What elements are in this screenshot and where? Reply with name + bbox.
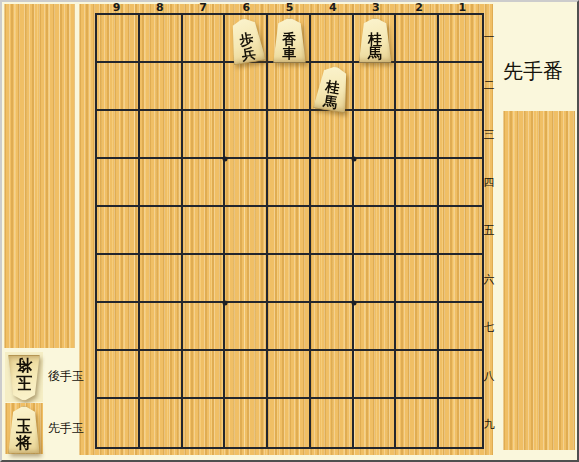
legend-sente-king-label: 先手玉 <box>48 420 84 437</box>
square-9-5[interactable] <box>97 207 140 255</box>
square-2-7[interactable] <box>396 303 439 351</box>
turn-indicator: 先手番 <box>503 58 577 85</box>
square-2-2[interactable] <box>396 63 439 111</box>
square-8-8[interactable] <box>140 351 183 399</box>
shogi-piece-玉将[interactable]: 玉将 <box>8 406 40 452</box>
star-point <box>223 157 228 162</box>
rank-label-3: 三 <box>483 110 495 158</box>
piece-kanji: 将 <box>16 435 32 451</box>
square-2-8[interactable] <box>396 351 439 399</box>
rank-label-1: 一 <box>483 13 495 61</box>
square-7-8[interactable] <box>183 351 226 399</box>
square-9-6[interactable] <box>97 255 140 303</box>
square-3-6[interactable] <box>354 255 397 303</box>
square-4-8[interactable] <box>311 351 354 399</box>
square-3-2[interactable] <box>354 63 397 111</box>
square-5-4[interactable] <box>268 159 311 207</box>
star-point <box>223 301 228 306</box>
square-4-1[interactable] <box>311 15 354 63</box>
piece-kanji: 将 <box>16 357 32 373</box>
square-9-1[interactable] <box>97 15 140 63</box>
square-1-5[interactable] <box>439 207 482 255</box>
shogi-piece-歩兵[interactable]: 歩兵 <box>230 18 263 61</box>
square-7-7[interactable] <box>183 303 226 351</box>
square-2-5[interactable] <box>396 207 439 255</box>
square-8-6[interactable] <box>140 255 183 303</box>
square-2-3[interactable] <box>396 111 439 159</box>
rank-label-5: 五 <box>483 207 495 255</box>
rank-label-8: 八 <box>483 352 495 400</box>
shogi-piece-香車[interactable]: 香車 <box>273 18 306 61</box>
square-4-3[interactable] <box>311 111 354 159</box>
square-9-7[interactable] <box>97 303 140 351</box>
square-7-9[interactable] <box>183 399 226 447</box>
square-1-7[interactable] <box>439 303 482 351</box>
board-grid <box>95 13 484 449</box>
square-2-9[interactable] <box>396 399 439 447</box>
square-7-4[interactable] <box>183 159 226 207</box>
square-5-5[interactable] <box>268 207 311 255</box>
square-3-4[interactable] <box>354 159 397 207</box>
square-2-6[interactable] <box>396 255 439 303</box>
piece-kanji: 玉 <box>16 373 32 389</box>
square-6-3[interactable] <box>225 111 268 159</box>
shogi-diagram: 987654321 一二三四五六七八九 歩兵香車桂馬桂馬 先手番 玉将 玉将 後… <box>0 0 579 462</box>
square-4-5[interactable] <box>311 207 354 255</box>
square-1-4[interactable] <box>439 159 482 207</box>
square-5-7[interactable] <box>268 303 311 351</box>
square-9-4[interactable] <box>97 159 140 207</box>
square-3-5[interactable] <box>354 207 397 255</box>
square-5-8[interactable] <box>268 351 311 399</box>
legend-sente-king-tile: 玉将 <box>5 403 43 454</box>
square-5-3[interactable] <box>268 111 311 159</box>
square-6-7[interactable] <box>225 303 268 351</box>
square-4-4[interactable] <box>311 159 354 207</box>
rank-label-9: 九 <box>483 401 495 449</box>
square-8-4[interactable] <box>140 159 183 207</box>
square-8-9[interactable] <box>140 399 183 447</box>
piece-kanji: 車 <box>283 46 297 60</box>
square-5-6[interactable] <box>268 255 311 303</box>
legend-gote-king-label: 後手玉 <box>48 368 84 385</box>
square-7-3[interactable] <box>183 111 226 159</box>
square-5-2[interactable] <box>268 63 311 111</box>
piece-kanji: 馬 <box>322 93 338 109</box>
square-1-9[interactable] <box>439 399 482 447</box>
shogi-piece-桂馬[interactable]: 桂馬 <box>359 18 392 61</box>
piece-kanji: 馬 <box>368 46 382 60</box>
star-point <box>351 301 356 306</box>
square-9-9[interactable] <box>97 399 140 447</box>
square-5-9[interactable] <box>268 399 311 447</box>
square-3-3[interactable] <box>354 111 397 159</box>
square-4-9[interactable] <box>311 399 354 447</box>
square-3-9[interactable] <box>354 399 397 447</box>
rank-label-2: 二 <box>483 61 495 109</box>
square-6-8[interactable] <box>225 351 268 399</box>
square-4-7[interactable] <box>311 303 354 351</box>
square-1-8[interactable] <box>439 351 482 399</box>
square-6-5[interactable] <box>225 207 268 255</box>
square-8-1[interactable] <box>140 15 183 63</box>
gote-piece-stand <box>4 4 75 348</box>
legend-gote-king-tile: 玉将 <box>5 352 43 402</box>
square-6-6[interactable] <box>225 255 268 303</box>
rank-label-6: 六 <box>483 255 495 303</box>
square-6-2[interactable] <box>225 63 268 111</box>
square-3-8[interactable] <box>354 351 397 399</box>
square-1-1[interactable] <box>439 15 482 63</box>
square-8-7[interactable] <box>140 303 183 351</box>
square-9-3[interactable] <box>97 111 140 159</box>
square-8-5[interactable] <box>140 207 183 255</box>
square-2-1[interactable] <box>396 15 439 63</box>
square-8-2[interactable] <box>140 63 183 111</box>
rank-label-4: 四 <box>483 158 495 206</box>
square-8-3[interactable] <box>140 111 183 159</box>
piece-kanji: 兵 <box>241 45 257 61</box>
star-point <box>351 157 356 162</box>
square-1-2[interactable] <box>439 63 482 111</box>
square-1-6[interactable] <box>439 255 482 303</box>
square-3-7[interactable] <box>354 303 397 351</box>
square-2-4[interactable] <box>396 159 439 207</box>
square-7-1[interactable] <box>183 15 226 63</box>
piece-kanji: 香 <box>283 32 297 46</box>
rank-coordinates: 一二三四五六七八九 <box>483 13 495 449</box>
square-4-6[interactable] <box>311 255 354 303</box>
piece-kanji: 桂 <box>368 32 382 46</box>
square-6-4[interactable] <box>225 159 268 207</box>
square-7-5[interactable] <box>183 207 226 255</box>
rank-label-7: 七 <box>483 304 495 352</box>
shogi-piece-桂馬[interactable]: 桂馬 <box>316 66 349 109</box>
square-1-3[interactable] <box>439 111 482 159</box>
sente-piece-stand <box>503 111 575 450</box>
square-9-2[interactable] <box>97 63 140 111</box>
square-7-2[interactable] <box>183 63 226 111</box>
square-9-8[interactable] <box>97 351 140 399</box>
square-6-9[interactable] <box>225 399 268 447</box>
square-7-6[interactable] <box>183 255 226 303</box>
shogi-piece-玉将[interactable]: 玉将 <box>8 355 40 399</box>
